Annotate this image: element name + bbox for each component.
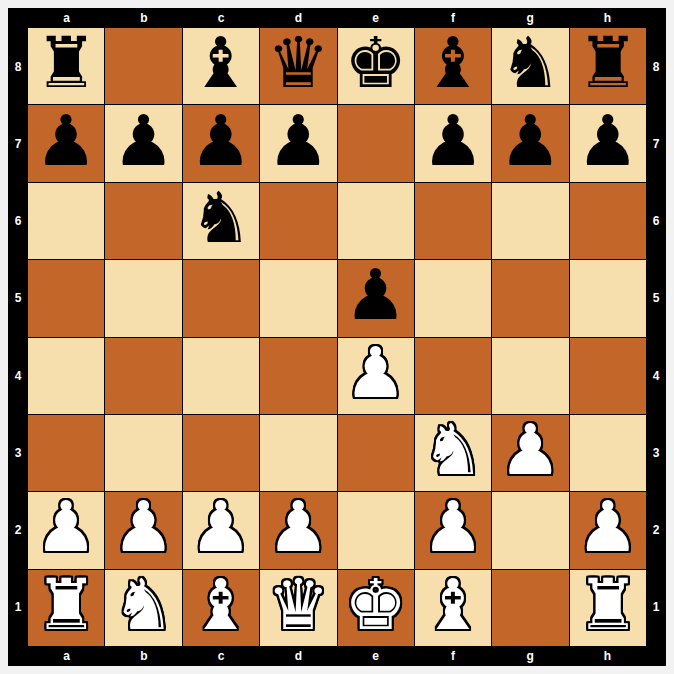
white-knight-f3[interactable]: ♞ [422, 415, 485, 485]
file-label-top-g: g [492, 8, 569, 28]
rank-label-right-4: 4 [646, 337, 666, 414]
file-label-top-f: f [414, 8, 491, 28]
square-c1[interactable]: ♝ [183, 570, 259, 646]
square-c6[interactable]: ♞ [183, 183, 259, 259]
white-king-e1[interactable]: ♚ [344, 570, 407, 640]
square-a1[interactable]: ♜ [28, 570, 104, 646]
square-c4[interactable] [183, 338, 259, 414]
white-pawn-a2[interactable]: ♟ [35, 492, 98, 562]
black-knight-g8[interactable]: ♞ [499, 28, 562, 98]
square-e8[interactable]: ♚ [338, 28, 414, 104]
white-rook-h1[interactable]: ♜ [576, 570, 639, 640]
square-f5[interactable] [415, 260, 491, 336]
square-e7[interactable] [338, 105, 414, 181]
file-label-top-h: h [569, 8, 646, 28]
rank-labels-right: 87654321 [646, 28, 666, 646]
square-d2[interactable]: ♟ [260, 492, 336, 568]
rank-label-right-3: 3 [646, 414, 666, 491]
square-h7[interactable]: ♟ [570, 105, 646, 181]
file-label-bottom-c: c [183, 646, 260, 666]
black-pawn-h7[interactable]: ♟ [576, 106, 639, 176]
board-frame: abcdefgh abcdefgh 87654321 87654321 ♜♝♛♚… [8, 8, 666, 666]
black-rook-h8[interactable]: ♜ [576, 28, 639, 98]
file-label-bottom-f: f [414, 646, 491, 666]
rank-label-right-1: 1 [646, 569, 666, 646]
square-g4[interactable] [492, 338, 568, 414]
square-f1[interactable]: ♝ [415, 570, 491, 646]
rank-label-left-7: 7 [8, 105, 28, 182]
white-knight-b1[interactable]: ♞ [112, 570, 175, 640]
black-pawn-d7[interactable]: ♟ [267, 106, 330, 176]
square-g2[interactable] [492, 492, 568, 568]
white-queen-d1[interactable]: ♛ [267, 570, 330, 640]
square-d3[interactable] [260, 415, 336, 491]
white-pawn-g3[interactable]: ♟ [499, 415, 562, 485]
file-label-bottom-d: d [260, 646, 337, 666]
file-labels-bottom: abcdefgh [28, 646, 646, 666]
square-h4[interactable] [570, 338, 646, 414]
square-b7[interactable]: ♟ [105, 105, 181, 181]
square-f8[interactable]: ♝ [415, 28, 491, 104]
square-d8[interactable]: ♛ [260, 28, 336, 104]
rank-label-right-2: 2 [646, 492, 666, 569]
square-a5[interactable] [28, 260, 104, 336]
file-label-top-b: b [105, 8, 182, 28]
white-pawn-h2[interactable]: ♟ [576, 492, 639, 562]
square-g3[interactable]: ♟ [492, 415, 568, 491]
black-queen-d8[interactable]: ♛ [267, 28, 330, 98]
square-e1[interactable]: ♚ [338, 570, 414, 646]
square-f6[interactable] [415, 183, 491, 259]
square-a6[interactable] [28, 183, 104, 259]
square-c3[interactable] [183, 415, 259, 491]
file-label-bottom-g: g [492, 646, 569, 666]
black-pawn-e5[interactable]: ♟ [344, 260, 407, 330]
rank-label-right-7: 7 [646, 105, 666, 182]
rank-label-right-6: 6 [646, 183, 666, 260]
square-d7[interactable]: ♟ [260, 105, 336, 181]
square-d1[interactable]: ♛ [260, 570, 336, 646]
square-d5[interactable] [260, 260, 336, 336]
square-a4[interactable] [28, 338, 104, 414]
square-d6[interactable] [260, 183, 336, 259]
square-c2[interactable]: ♟ [183, 492, 259, 568]
square-b1[interactable]: ♞ [105, 570, 181, 646]
square-b8[interactable] [105, 28, 181, 104]
square-h8[interactable]: ♜ [570, 28, 646, 104]
square-g7[interactable]: ♟ [492, 105, 568, 181]
square-c7[interactable]: ♟ [183, 105, 259, 181]
white-pawn-b2[interactable]: ♟ [112, 492, 175, 562]
rank-label-left-2: 2 [8, 492, 28, 569]
black-bishop-c8[interactable]: ♝ [190, 28, 253, 98]
square-f7[interactable]: ♟ [415, 105, 491, 181]
square-b3[interactable] [105, 415, 181, 491]
square-c8[interactable]: ♝ [183, 28, 259, 104]
black-pawn-b7[interactable]: ♟ [112, 106, 175, 176]
chess-board: ♜♝♛♚♝♞♜♟♟♟♟♟♟♟♞♟♟♞♟♟♟♟♟♟♟♜♞♝♛♚♝♜ [28, 28, 646, 646]
square-f4[interactable] [415, 338, 491, 414]
black-rook-a8[interactable]: ♜ [35, 28, 98, 98]
square-b4[interactable] [105, 338, 181, 414]
rank-label-left-4: 4 [8, 337, 28, 414]
square-d4[interactable] [260, 338, 336, 414]
rank-label-left-6: 6 [8, 183, 28, 260]
square-e2[interactable] [338, 492, 414, 568]
white-pawn-f2[interactable]: ♟ [422, 492, 485, 562]
file-label-bottom-b: b [105, 646, 182, 666]
square-g6[interactable] [492, 183, 568, 259]
file-labels-top: abcdefgh [28, 8, 646, 28]
black-pawn-a7[interactable]: ♟ [35, 106, 98, 176]
white-pawn-c2[interactable]: ♟ [190, 492, 253, 562]
white-bishop-f1[interactable]: ♝ [422, 570, 485, 640]
file-label-bottom-e: e [337, 646, 414, 666]
square-a8[interactable]: ♜ [28, 28, 104, 104]
white-rook-a1[interactable]: ♜ [35, 570, 98, 640]
square-h5[interactable] [570, 260, 646, 336]
square-g1[interactable] [492, 570, 568, 646]
square-g5[interactable] [492, 260, 568, 336]
square-e4[interactable]: ♟ [338, 338, 414, 414]
square-a2[interactable]: ♟ [28, 492, 104, 568]
square-f2[interactable]: ♟ [415, 492, 491, 568]
file-label-top-d: d [260, 8, 337, 28]
white-pawn-e4[interactable]: ♟ [344, 338, 407, 408]
square-b5[interactable] [105, 260, 181, 336]
black-bishop-f8[interactable]: ♝ [422, 28, 485, 98]
black-pawn-g7[interactable]: ♟ [499, 106, 562, 176]
rank-label-right-5: 5 [646, 260, 666, 337]
square-a3[interactable] [28, 415, 104, 491]
rank-label-left-8: 8 [8, 28, 28, 105]
white-pawn-d2[interactable]: ♟ [267, 492, 330, 562]
black-knight-c6[interactable]: ♞ [190, 183, 253, 253]
rank-label-left-3: 3 [8, 414, 28, 491]
rank-label-right-8: 8 [646, 28, 666, 105]
square-h1[interactable]: ♜ [570, 570, 646, 646]
square-h3[interactable] [570, 415, 646, 491]
black-pawn-c7[interactable]: ♟ [190, 106, 253, 176]
square-e6[interactable] [338, 183, 414, 259]
file-label-top-c: c [183, 8, 260, 28]
square-c5[interactable] [183, 260, 259, 336]
square-e5[interactable]: ♟ [338, 260, 414, 336]
rank-labels-left: 87654321 [8, 28, 28, 646]
file-label-top-a: a [28, 8, 105, 28]
square-f3[interactable]: ♞ [415, 415, 491, 491]
white-bishop-c1[interactable]: ♝ [190, 570, 253, 640]
square-e3[interactable] [338, 415, 414, 491]
square-h2[interactable]: ♟ [570, 492, 646, 568]
square-b6[interactable] [105, 183, 181, 259]
black-pawn-f7[interactable]: ♟ [422, 106, 485, 176]
rank-label-left-5: 5 [8, 260, 28, 337]
file-label-top-e: e [337, 8, 414, 28]
square-b2[interactable]: ♟ [105, 492, 181, 568]
black-king-e8[interactable]: ♚ [344, 28, 407, 98]
file-label-bottom-a: a [28, 646, 105, 666]
square-h6[interactable] [570, 183, 646, 259]
file-label-bottom-h: h [569, 646, 646, 666]
square-a7[interactable]: ♟ [28, 105, 104, 181]
rank-label-left-1: 1 [8, 569, 28, 646]
square-g8[interactable]: ♞ [492, 28, 568, 104]
